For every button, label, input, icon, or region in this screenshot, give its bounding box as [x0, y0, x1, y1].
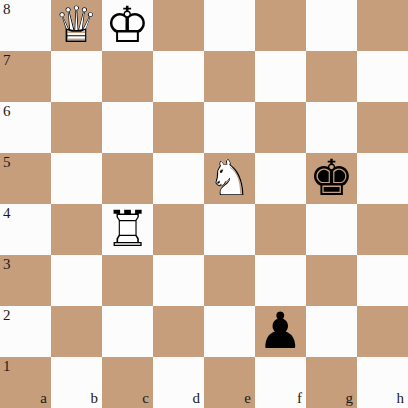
- square-b1[interactable]: b: [51, 357, 102, 408]
- rank-label-8: 8: [3, 2, 11, 17]
- square-d2[interactable]: [153, 306, 204, 357]
- square-f7[interactable]: [255, 51, 306, 102]
- square-h6[interactable]: [357, 102, 408, 153]
- square-g6[interactable]: [306, 102, 357, 153]
- square-f8[interactable]: [255, 0, 306, 51]
- piece-white-king-c8[interactable]: ♚♔: [102, 0, 153, 51]
- square-a8[interactable]: 8: [0, 0, 51, 51]
- square-f3[interactable]: [255, 255, 306, 306]
- rank-label-2: 2: [3, 308, 11, 323]
- square-a4[interactable]: 4: [0, 204, 51, 255]
- square-b8[interactable]: ♛♕: [51, 0, 102, 51]
- square-h1[interactable]: h: [357, 357, 408, 408]
- square-c6[interactable]: [102, 102, 153, 153]
- file-label-b: b: [91, 391, 99, 406]
- square-c1[interactable]: c: [102, 357, 153, 408]
- piece-white-queen-b8[interactable]: ♛♕: [51, 0, 102, 51]
- square-h3[interactable]: [357, 255, 408, 306]
- square-a3[interactable]: 3: [0, 255, 51, 306]
- square-f1[interactable]: f: [255, 357, 306, 408]
- white-rook-icon: ♖: [102, 204, 153, 255]
- square-g5[interactable]: ♚: [306, 153, 357, 204]
- piece-black-king-g5[interactable]: ♚: [306, 153, 357, 204]
- file-label-g: g: [346, 391, 354, 406]
- rank-label-7: 7: [3, 53, 11, 68]
- file-label-f: f: [297, 391, 302, 406]
- square-g8[interactable]: [306, 0, 357, 51]
- square-f4[interactable]: [255, 204, 306, 255]
- square-c8[interactable]: ♚♔: [102, 0, 153, 51]
- file-label-a: a: [40, 391, 47, 406]
- square-f5[interactable]: [255, 153, 306, 204]
- square-d5[interactable]: [153, 153, 204, 204]
- square-h8[interactable]: [357, 0, 408, 51]
- square-d6[interactable]: [153, 102, 204, 153]
- square-b4[interactable]: [51, 204, 102, 255]
- white-queen-icon: ♕: [51, 0, 102, 51]
- square-a1[interactable]: 1a: [0, 357, 51, 408]
- square-e8[interactable]: [204, 0, 255, 51]
- square-e5[interactable]: ♞♘: [204, 153, 255, 204]
- square-e7[interactable]: [204, 51, 255, 102]
- square-e3[interactable]: [204, 255, 255, 306]
- rank-label-5: 5: [3, 155, 11, 170]
- square-a7[interactable]: 7: [0, 51, 51, 102]
- square-d1[interactable]: d: [153, 357, 204, 408]
- square-d4[interactable]: [153, 204, 204, 255]
- square-d7[interactable]: [153, 51, 204, 102]
- square-e4[interactable]: [204, 204, 255, 255]
- file-label-d: d: [193, 391, 201, 406]
- square-h7[interactable]: [357, 51, 408, 102]
- file-label-c: c: [142, 391, 149, 406]
- piece-white-knight-e5[interactable]: ♞♘: [204, 153, 255, 204]
- square-c4[interactable]: ♜♖: [102, 204, 153, 255]
- rank-label-4: 4: [3, 206, 11, 221]
- square-a5[interactable]: 5: [0, 153, 51, 204]
- square-h4[interactable]: [357, 204, 408, 255]
- square-b3[interactable]: [51, 255, 102, 306]
- piece-white-rook-c4[interactable]: ♜♖: [102, 204, 153, 255]
- square-c5[interactable]: [102, 153, 153, 204]
- rank-label-1: 1: [3, 359, 11, 374]
- square-a6[interactable]: 6: [0, 102, 51, 153]
- square-d3[interactable]: [153, 255, 204, 306]
- square-h2[interactable]: [357, 306, 408, 357]
- file-label-e: e: [244, 391, 251, 406]
- square-d8[interactable]: [153, 0, 204, 51]
- square-c3[interactable]: [102, 255, 153, 306]
- rank-label-6: 6: [3, 104, 11, 119]
- square-e1[interactable]: e: [204, 357, 255, 408]
- square-a2[interactable]: 2: [0, 306, 51, 357]
- chess-board: 8♛♕♚♔765♞♘♚4♜♖32♟1abcdefgh: [0, 0, 408, 408]
- square-c2[interactable]: [102, 306, 153, 357]
- square-e6[interactable]: [204, 102, 255, 153]
- piece-black-pawn-f2[interactable]: ♟: [255, 306, 306, 357]
- square-g7[interactable]: [306, 51, 357, 102]
- square-g4[interactable]: [306, 204, 357, 255]
- square-c7[interactable]: [102, 51, 153, 102]
- square-b7[interactable]: [51, 51, 102, 102]
- square-b5[interactable]: [51, 153, 102, 204]
- white-knight-icon: ♘: [204, 153, 255, 204]
- square-g1[interactable]: g: [306, 357, 357, 408]
- file-label-h: h: [397, 391, 405, 406]
- square-b2[interactable]: [51, 306, 102, 357]
- square-g2[interactable]: [306, 306, 357, 357]
- square-f6[interactable]: [255, 102, 306, 153]
- square-h5[interactable]: [357, 153, 408, 204]
- square-e2[interactable]: [204, 306, 255, 357]
- square-f2[interactable]: ♟: [255, 306, 306, 357]
- white-king-icon: ♔: [102, 0, 153, 51]
- square-b6[interactable]: [51, 102, 102, 153]
- square-g3[interactable]: [306, 255, 357, 306]
- rank-label-3: 3: [3, 257, 11, 272]
